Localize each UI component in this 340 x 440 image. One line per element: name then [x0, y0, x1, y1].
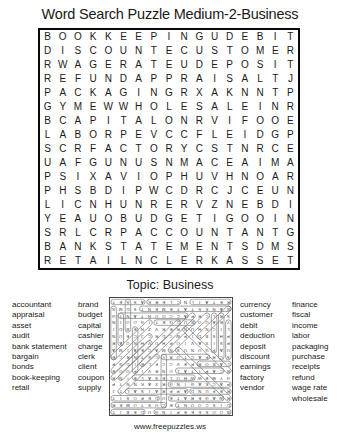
word-item: income — [292, 321, 328, 331]
grid-cell: F — [86, 142, 101, 156]
grid-cell: E — [161, 44, 176, 58]
grid-cell: M — [252, 44, 267, 58]
grid-cell: F — [237, 114, 252, 128]
word-search-grid: BOOKKEEPINGUDEBITDISCOUNTECUSTOMERRWAGER… — [38, 28, 300, 270]
grid-cell: D — [101, 184, 116, 198]
grid-cell: E — [177, 254, 192, 268]
grid-cell: N — [101, 72, 116, 86]
grid-cell: P — [131, 184, 146, 198]
grid-cell: P — [222, 58, 237, 72]
grid-cell: T — [70, 254, 85, 268]
grid-cell: K — [222, 86, 237, 100]
grid-cell: E — [268, 254, 283, 268]
grid-cell: I — [268, 58, 283, 72]
solution-rotated-layer: BOOKKEEPINGUDEBITDISCOUNTECUSTOMERRWAGER… — [110, 298, 232, 415]
grid-cell: Y — [40, 212, 55, 226]
grid-cell: M — [268, 240, 283, 254]
grid-cell: U — [40, 156, 55, 170]
grid-cell: C — [86, 44, 101, 58]
grid-cell: N — [116, 156, 131, 170]
solution-oval — [111, 409, 145, 415]
word-item: customer — [240, 310, 275, 320]
word-item: bargain — [12, 352, 67, 362]
grid-cell: T — [222, 44, 237, 58]
word-item: earnings — [240, 362, 275, 372]
grid-cell: I — [101, 254, 116, 268]
grid-cell: A — [131, 114, 146, 128]
grid-cell: G — [116, 86, 131, 100]
grid-cell: V — [192, 198, 207, 212]
grid-cell: R — [101, 128, 116, 142]
grid-cell: N — [283, 212, 298, 226]
grid-cell: S — [40, 142, 55, 156]
grid-cell: R — [40, 58, 55, 72]
grid-cell: C — [161, 128, 176, 142]
grid-cell: G — [283, 226, 298, 240]
grid-cell: I — [268, 30, 283, 44]
grid-cell: C — [55, 142, 70, 156]
grid-cell: X — [192, 86, 207, 100]
grid-cell: O — [252, 212, 267, 226]
grid-cell: K — [86, 30, 101, 44]
grid-cell: U — [86, 212, 101, 226]
grid-cell: T — [283, 30, 298, 44]
grid-cell: W — [101, 100, 116, 114]
grid-cell: I — [252, 100, 267, 114]
grid-cell: F — [70, 72, 85, 86]
grid-cell: V — [116, 170, 131, 184]
grid-cell: R — [101, 226, 116, 240]
grid-cell: E — [55, 254, 70, 268]
page-title: Word Search Puzzle Medium-2-Business — [0, 6, 340, 22]
grid-cell: S — [55, 170, 70, 184]
grid-cell: N — [268, 100, 283, 114]
word-item: receipts — [292, 362, 328, 372]
grid-cell: E — [161, 58, 176, 72]
grid-cell: A — [55, 128, 70, 142]
word-item: bank statement — [12, 342, 67, 352]
grid-cell: P — [40, 86, 55, 100]
grid-cell: S — [207, 142, 222, 156]
grid-cell: O — [70, 30, 85, 44]
grid-cell: P — [161, 170, 176, 184]
solution-oval — [125, 388, 188, 394]
word-item: refund — [292, 373, 328, 383]
grid-cell: L — [207, 128, 222, 142]
grid-cell: O — [177, 226, 192, 240]
word-list-column-2: brandbudgetcapitalcashierchargeclerkclie… — [78, 300, 104, 394]
grid-cell: B — [40, 30, 55, 44]
grid-cell: E — [268, 44, 283, 58]
grid-cell: I — [161, 30, 176, 44]
grid-cell: T — [268, 86, 283, 100]
grid-cell: S — [101, 240, 116, 254]
word-item: discount — [240, 352, 275, 362]
grid-cell: S — [252, 58, 267, 72]
grid-cell: A — [268, 170, 283, 184]
grid-cell: O — [101, 212, 116, 226]
grid-cell: A — [55, 240, 70, 254]
grid-cell: H — [222, 170, 237, 184]
grid-cell: O — [86, 128, 101, 142]
grid-cell: E — [237, 198, 252, 212]
grid-cell: U — [131, 212, 146, 226]
grid-cell: W — [146, 184, 161, 198]
grid-cell: N — [237, 170, 252, 184]
grid-cell: S — [237, 240, 252, 254]
grid-cell: T — [146, 240, 161, 254]
word-item: client — [78, 362, 104, 372]
grid-cell: A — [131, 58, 146, 72]
grid-cell: P — [161, 72, 176, 86]
solution-thumbnail: BOOKKEEPINGUDEBITDISCOUNTECUSTOMERRWAGER… — [109, 297, 233, 416]
grid-cell: O — [101, 44, 116, 58]
grid-cell: Z — [207, 198, 222, 212]
grid-cell: L — [70, 226, 85, 240]
grid-cell: C — [146, 226, 161, 240]
grid-cell: I — [283, 198, 298, 212]
grid-cell: U — [116, 198, 131, 212]
grid-cell: G — [86, 156, 101, 170]
grid-cell: S — [70, 44, 85, 58]
grid-cell: H — [55, 184, 70, 198]
grid-cell: I — [222, 114, 237, 128]
grid-cell: S — [40, 226, 55, 240]
grid-cell: E — [252, 184, 267, 198]
grid-cell: T — [146, 58, 161, 72]
word-item: wholesale — [292, 394, 328, 404]
grid-cell: N — [70, 240, 85, 254]
grid-cell: E — [131, 30, 146, 44]
grid-cell: R — [192, 254, 207, 268]
grid-cell: C — [116, 142, 131, 156]
grid-cell: N — [207, 240, 222, 254]
solution-oval — [197, 361, 231, 367]
word-item: brand — [78, 300, 104, 310]
grid-cell: S — [192, 100, 207, 114]
word-item: charge — [78, 342, 104, 352]
word-item: appraisal — [12, 310, 67, 320]
grid-cell: L — [116, 254, 131, 268]
grid-cell: A — [70, 212, 85, 226]
grid-cell: N — [131, 198, 146, 212]
grid-cell: C — [55, 114, 70, 128]
word-item: asset — [12, 321, 67, 331]
grid-cell: L — [161, 254, 176, 268]
grid-cell: L — [222, 100, 237, 114]
solution-oval — [117, 318, 182, 381]
word-list-column-1: accountantappraisalassetauditbank statem… — [12, 300, 67, 394]
grid-cell: U — [192, 44, 207, 58]
grid-cell: N — [252, 86, 267, 100]
word-item: finance — [292, 300, 328, 310]
grid-cell: O — [146, 100, 161, 114]
grid-cell: A — [55, 156, 70, 170]
grid-cell: A — [192, 72, 207, 86]
solution-oval — [226, 319, 232, 359]
grid-cell: B — [40, 240, 55, 254]
grid-cell: X — [86, 170, 101, 184]
footer-url: www.freepuzzles.ws — [0, 422, 340, 431]
grid-cell: N — [131, 254, 146, 268]
grid-cell: A — [86, 254, 101, 268]
grid-cell: T — [222, 240, 237, 254]
grid-cell: P — [146, 30, 161, 44]
grid-cell: O — [237, 58, 252, 72]
grid-cell: L — [146, 114, 161, 128]
grid-cell: R — [55, 226, 70, 240]
grid-cell: I — [131, 170, 146, 184]
grid-cell: V — [207, 170, 222, 184]
word-item: supply — [78, 383, 104, 393]
grid-cell: S — [146, 156, 161, 170]
grid-cell: R — [40, 72, 55, 86]
grid-cell: N — [207, 226, 222, 240]
grid-cell: E — [101, 58, 116, 72]
grid-cell: G — [192, 30, 207, 44]
grid-cell: U — [101, 156, 116, 170]
solution-oval — [175, 402, 231, 408]
grid-cell: C — [207, 156, 222, 170]
grid-cell: B — [252, 198, 267, 212]
word-item: cashier — [78, 331, 104, 341]
grid-cell: O — [146, 170, 161, 184]
grid-cell: E — [55, 72, 70, 86]
grid-cell: S — [222, 72, 237, 86]
solution-oval — [168, 381, 231, 387]
grid-cell: U — [192, 226, 207, 240]
grid-cell: R — [177, 72, 192, 86]
grid-cell: E — [177, 212, 192, 226]
grid-cell: A — [70, 58, 85, 72]
grid-cell: S — [237, 254, 252, 268]
grid-cell: K — [101, 30, 116, 44]
grid-cell: C — [70, 198, 85, 212]
grid-cell: U — [207, 30, 222, 44]
grid-cell: S — [207, 44, 222, 58]
grid-cell: O — [252, 170, 267, 184]
grid-cell: B — [116, 212, 131, 226]
solution-oval — [175, 368, 224, 374]
grid-cell: G — [40, 100, 55, 114]
grid-cell: I — [131, 86, 146, 100]
grid-cell: O — [161, 114, 176, 128]
solution-ovals-overlay — [110, 298, 232, 415]
grid-cell: W — [116, 100, 131, 114]
grid-cell: O — [55, 30, 70, 44]
grid-cell: P — [86, 114, 101, 128]
grid-cell: D — [40, 44, 55, 58]
word-item: labor — [292, 331, 328, 341]
grid-cell: E — [192, 240, 207, 254]
grid-cell: I — [70, 170, 85, 184]
solution-oval — [118, 312, 188, 318]
grid-cell: A — [192, 156, 207, 170]
grid-cell: M — [70, 100, 85, 114]
word-item: book-keeping — [12, 373, 67, 383]
grid-cell: N — [86, 198, 101, 212]
grid-cell: D — [268, 198, 283, 212]
grid-cell: H — [101, 198, 116, 212]
grid-cell: R — [161, 142, 176, 156]
grid-cell: G — [86, 58, 101, 72]
grid-cell: V — [207, 114, 222, 128]
grid-cell: H — [177, 170, 192, 184]
grid-cell: I — [207, 72, 222, 86]
grid-cell: C — [177, 44, 192, 58]
grid-cell: E — [116, 30, 131, 44]
solution-oval — [190, 299, 231, 305]
grid-cell: C — [161, 226, 176, 240]
grid-cell: F — [70, 156, 85, 170]
word-item: fiscal — [292, 310, 328, 320]
grid-cell: M — [268, 156, 283, 170]
grid-cell: F — [192, 128, 207, 142]
grid-cell: R — [252, 142, 267, 156]
grid-cell: O — [237, 44, 252, 58]
grid-cell: P — [116, 226, 131, 240]
grid-cell: D — [192, 58, 207, 72]
grid-cell: G — [222, 212, 237, 226]
grid-cell: N — [177, 30, 192, 44]
word-item: capital — [78, 321, 104, 331]
grid-cell: T — [131, 142, 146, 156]
grid-cell: P — [283, 86, 298, 100]
grid-cell: A — [131, 72, 146, 86]
grid-cell: T — [116, 240, 131, 254]
grid-cell: B — [252, 30, 267, 44]
grid-cell: E — [222, 128, 237, 142]
grid-cell: T — [283, 58, 298, 72]
grid-cell: C — [192, 142, 207, 156]
grid-cell: P — [40, 170, 55, 184]
grid-cell: L — [161, 100, 176, 114]
grid-cell: T — [222, 226, 237, 240]
grid-cell: J — [222, 184, 237, 198]
word-item: deduction — [240, 331, 275, 341]
grid-cell: N — [131, 44, 146, 58]
grid-cell: O — [237, 212, 252, 226]
grid-cell: L — [252, 72, 267, 86]
word-item: purchase — [292, 352, 328, 362]
grid-cell: W — [55, 58, 70, 72]
grid-cell: B — [86, 184, 101, 198]
grid-cell: A — [222, 254, 237, 268]
grid-cell: B — [40, 114, 55, 128]
grid-cell: T — [192, 212, 207, 226]
grid-cell: C — [161, 184, 176, 198]
grid-cell: E — [55, 212, 70, 226]
grid-cell: R — [40, 254, 55, 268]
grid-cell: R — [283, 170, 298, 184]
grid-cell: V — [146, 128, 161, 142]
grid-cell: C — [146, 254, 161, 268]
grid-cell: L — [40, 198, 55, 212]
grid-cell: I — [55, 44, 70, 58]
grid-cell: U — [177, 58, 192, 72]
grid-cell: H — [131, 100, 146, 114]
grid-cell: G — [161, 212, 176, 226]
grid-cell: C — [207, 184, 222, 198]
solution-oval — [125, 299, 131, 332]
grid-cell: I — [237, 128, 252, 142]
grid-cell: K — [207, 254, 222, 268]
grid-cell: E — [161, 198, 176, 212]
grid-cell: D — [252, 240, 267, 254]
grid-cell: G — [268, 128, 283, 142]
grid-cell: E — [131, 128, 146, 142]
grid-cell: P — [146, 72, 161, 86]
solution-oval — [154, 409, 231, 415]
grid-cell: I — [55, 198, 70, 212]
word-item: audit — [12, 331, 67, 341]
grid-cell: A — [55, 86, 70, 100]
grid-cell: N — [237, 86, 252, 100]
word-item: accountant — [12, 300, 67, 310]
grid-cell: I — [252, 156, 267, 170]
grid-cell: N — [161, 156, 176, 170]
grid-cell: U — [86, 72, 101, 86]
grid-cell: N — [222, 198, 237, 212]
grid-cell: R — [177, 86, 192, 100]
grid-cell: D — [252, 128, 267, 142]
grid-cell: S — [283, 240, 298, 254]
grid-cell: I — [268, 212, 283, 226]
solution-oval — [111, 395, 160, 401]
topic-heading: Topic: Business — [0, 278, 340, 292]
grid-cell: E — [86, 100, 101, 114]
grid-cell: T — [222, 142, 237, 156]
grid-cell: P — [283, 128, 298, 142]
word-list-column-4: financefiscalincomelaborpackagingpurchas… — [292, 300, 328, 404]
grid-cell: D — [222, 30, 237, 44]
grid-cell: A — [237, 72, 252, 86]
grid-cell: K — [86, 240, 101, 254]
grid-cell: E — [222, 156, 237, 170]
grid-cell: R — [192, 184, 207, 198]
grid-cell: C — [268, 142, 283, 156]
solution-oval — [196, 304, 232, 339]
grid-cell: P — [116, 128, 131, 142]
grid-cell: E — [237, 30, 252, 44]
grid-cell: A — [207, 100, 222, 114]
grid-cell: C — [237, 184, 252, 198]
grid-cell: D — [177, 184, 192, 198]
grid-cell: A — [101, 86, 116, 100]
word-item: vendor — [240, 383, 275, 393]
grid-cell: C — [86, 226, 101, 240]
word-item: currency — [240, 300, 275, 310]
grid-cell: Y — [177, 142, 192, 156]
grid-cell: R — [177, 198, 192, 212]
grid-cell: M — [177, 240, 192, 254]
grid-cell: A — [207, 86, 222, 100]
grid-cell: E — [177, 100, 192, 114]
grid-cell: N — [283, 184, 298, 198]
grid-cell: A — [283, 156, 298, 170]
grid-cell: A — [237, 156, 252, 170]
grid-cell: O — [146, 142, 161, 156]
grid-cell: E — [207, 58, 222, 72]
grid-cell: A — [101, 142, 116, 156]
grid-cell: Y — [55, 100, 70, 114]
grid-cell: D — [146, 212, 161, 226]
grid-cell: E — [161, 240, 176, 254]
grid-cell: A — [70, 114, 85, 128]
grid-cell: N — [237, 142, 252, 156]
solution-oval — [140, 306, 232, 312]
grid-cell: I — [116, 184, 131, 198]
